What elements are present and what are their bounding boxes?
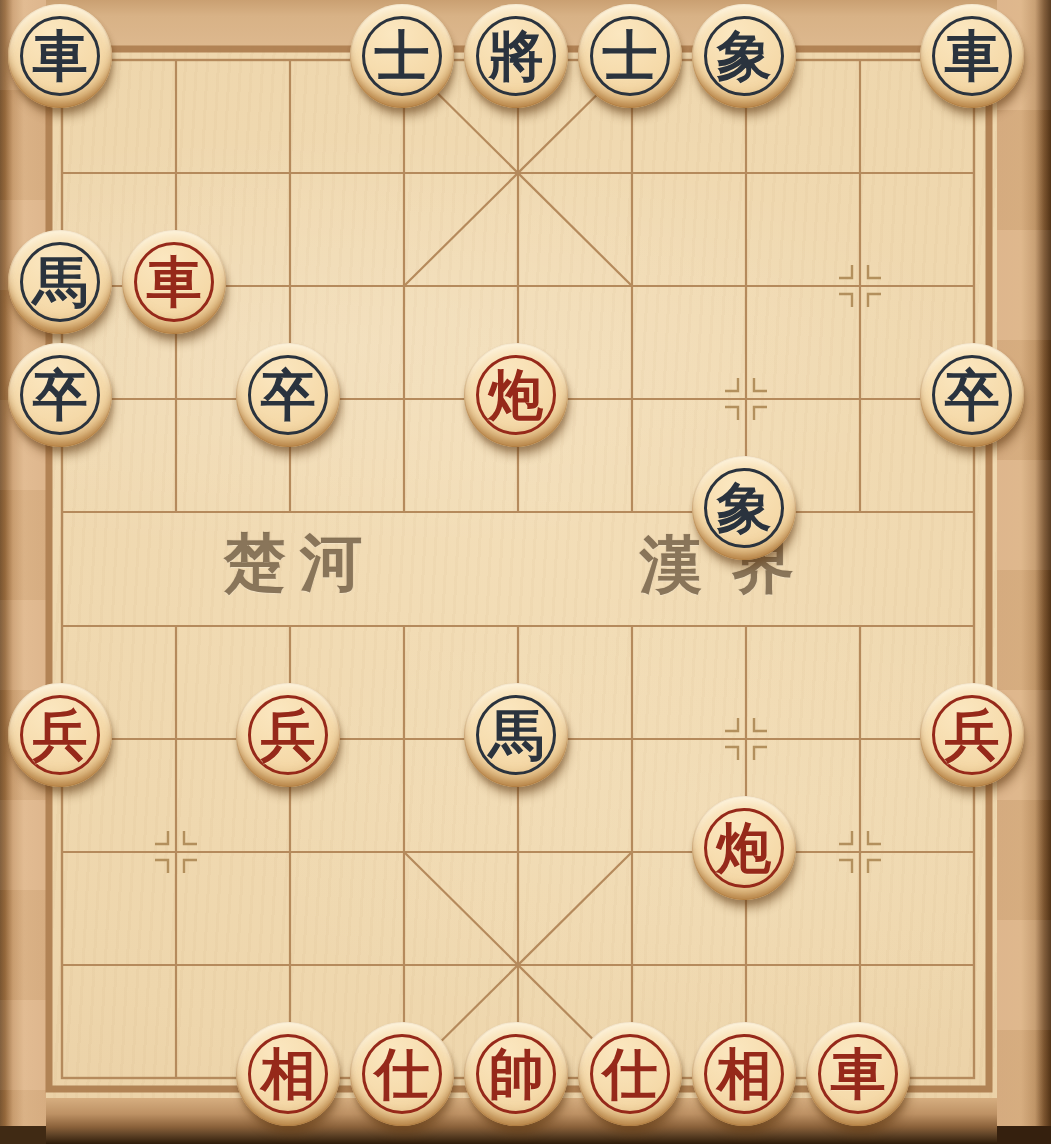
piece-glyph: 兵 [945,707,1000,762]
piece-glyph: 卒 [33,367,88,422]
piece-ring: 象 [704,468,784,548]
piece-black-soldier-i7[interactable]: 卒 [920,343,1024,447]
piece-ring: 炮 [476,355,556,435]
piece-glyph: 士 [603,28,658,83]
piece-glyph: 仕 [603,1046,658,1101]
piece-ring: 兵 [20,695,100,775]
piece-red-chariot-h1[interactable]: 車 [806,1022,910,1126]
piece-black-soldier-c7[interactable]: 卒 [236,343,340,447]
piece-ring: 帥 [476,1034,556,1114]
piece-glyph: 車 [831,1046,886,1101]
piece-ring: 車 [932,16,1012,96]
piece-ring: 仕 [590,1034,670,1114]
piece-glyph: 炮 [489,367,544,422]
piece-ring: 馬 [20,242,100,322]
piece-ring: 卒 [248,355,328,435]
piece-glyph: 將 [489,28,544,83]
piece-black-horse-a8[interactable]: 馬 [8,230,112,334]
piece-glyph: 兵 [261,707,316,762]
piece-black-chariot-a10[interactable]: 車 [8,4,112,108]
piece-red-soldier-a4[interactable]: 兵 [8,683,112,787]
xiangqi-app: 楚河 漢界 車士將士象車馬卒卒卒象馬車炮兵兵兵炮相仕帥仕相車 [0,0,1051,1144]
piece-red-cannon-g3[interactable]: 炮 [692,796,796,900]
piece-glyph: 車 [33,28,88,83]
piece-glyph: 馬 [33,254,88,309]
piece-glyph: 仕 [375,1046,430,1101]
piece-ring: 象 [704,16,784,96]
piece-ring: 將 [476,16,556,96]
pieces-layer: 車士將士象車馬卒卒卒象馬車炮兵兵兵炮相仕帥仕相車 [0,0,1051,1144]
piece-ring: 仕 [362,1034,442,1114]
piece-ring: 兵 [932,695,1012,775]
piece-red-elephant-c1[interactable]: 相 [236,1022,340,1126]
piece-black-chariot-i10[interactable]: 車 [920,4,1024,108]
piece-glyph: 兵 [33,707,88,762]
piece-ring: 相 [248,1034,328,1114]
piece-black-elephant-g10[interactable]: 象 [692,4,796,108]
piece-glyph: 相 [261,1046,316,1101]
piece-red-advisor-f1[interactable]: 仕 [578,1022,682,1126]
piece-red-elephant-g1[interactable]: 相 [692,1022,796,1126]
piece-ring: 車 [20,16,100,96]
piece-ring: 士 [590,16,670,96]
piece-red-chariot-b8[interactable]: 車 [122,230,226,334]
piece-black-advisor-d10[interactable]: 士 [350,4,454,108]
piece-black-horse-e4[interactable]: 馬 [464,683,568,787]
piece-glyph: 車 [147,254,202,309]
piece-glyph: 車 [945,28,1000,83]
piece-red-cannon-e7[interactable]: 炮 [464,343,568,447]
piece-black-soldier-a7[interactable]: 卒 [8,343,112,447]
piece-black-general-e10[interactable]: 將 [464,4,568,108]
piece-red-soldier-i4[interactable]: 兵 [920,683,1024,787]
piece-ring: 車 [818,1034,898,1114]
piece-ring: 士 [362,16,442,96]
piece-glyph: 炮 [717,820,772,875]
piece-glyph: 卒 [261,367,316,422]
piece-ring: 相 [704,1034,784,1114]
piece-glyph: 帥 [489,1046,544,1101]
piece-ring: 馬 [476,695,556,775]
piece-ring: 卒 [20,355,100,435]
piece-black-elephant-g6[interactable]: 象 [692,456,796,560]
piece-ring: 車 [134,242,214,322]
piece-black-advisor-f10[interactable]: 士 [578,4,682,108]
piece-glyph: 相 [717,1046,772,1101]
piece-red-general-e1[interactable]: 帥 [464,1022,568,1126]
piece-ring: 卒 [932,355,1012,435]
piece-red-soldier-c4[interactable]: 兵 [236,683,340,787]
piece-glyph: 卒 [945,367,1000,422]
piece-ring: 炮 [704,808,784,888]
piece-glyph: 象 [717,480,772,535]
piece-ring: 兵 [248,695,328,775]
piece-glyph: 馬 [489,707,544,762]
piece-glyph: 象 [717,28,772,83]
piece-red-advisor-d1[interactable]: 仕 [350,1022,454,1126]
piece-glyph: 士 [375,28,430,83]
